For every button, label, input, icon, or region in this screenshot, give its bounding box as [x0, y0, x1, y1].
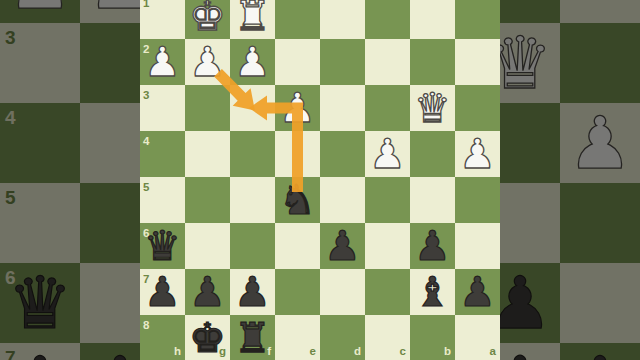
- main-board: 1♚♜2♟♟♟3♟♛4♟♟5♞6♛♟♟7♟♟♟♝♟8hg♚f♜edcba: [140, 0, 500, 360]
- rank-label-5: 5: [143, 182, 149, 194]
- square-f5[interactable]: [230, 177, 275, 223]
- square-d8[interactable]: d: [320, 315, 365, 360]
- square-h6[interactable]: 6♛: [140, 223, 185, 269]
- square-a2[interactable]: [455, 39, 500, 85]
- square-a8[interactable]: a: [455, 315, 500, 360]
- square-e2[interactable]: [275, 39, 320, 85]
- square-a5[interactable]: [455, 177, 500, 223]
- square-c2[interactable]: [365, 39, 410, 85]
- white-king-g1[interactable]: ♚: [185, 0, 230, 39]
- black-pawn-b6[interactable]: ♟: [410, 223, 455, 269]
- square-c1[interactable]: [365, 0, 410, 39]
- square-h4[interactable]: 4: [140, 131, 185, 177]
- square-d5[interactable]: [320, 177, 365, 223]
- black-pawn-a7[interactable]: ♟: [455, 269, 500, 315]
- square-h8[interactable]: 8h: [140, 315, 185, 360]
- file-label-b: b: [444, 346, 451, 358]
- square-g2[interactable]: ♟: [185, 39, 230, 85]
- square-h2[interactable]: 2♟: [140, 39, 185, 85]
- black-pawn-h7[interactable]: ♟: [140, 269, 185, 315]
- white-rook-f1[interactable]: ♜: [230, 0, 275, 39]
- white-pawn-h2[interactable]: ♟: [140, 39, 185, 85]
- square-b4[interactable]: [410, 131, 455, 177]
- rank-label-8: 8: [143, 320, 149, 332]
- video-frame: 1♚♜2♟♟♟3♟♛4♟♟5♞6♛♟♟7♟♟♟♝♟8♚♜ 1♚♜2♟♟♟3♟♛4…: [0, 0, 640, 360]
- black-queen-h6[interactable]: ♛: [140, 223, 185, 269]
- square-c5[interactable]: [365, 177, 410, 223]
- square-a7[interactable]: ♟: [455, 269, 500, 315]
- square-g1[interactable]: ♚: [185, 0, 230, 39]
- square-b5[interactable]: [410, 177, 455, 223]
- black-pawn-d6[interactable]: ♟: [320, 223, 365, 269]
- square-f8[interactable]: f♜: [230, 315, 275, 360]
- black-pawn-f7[interactable]: ♟: [230, 269, 275, 315]
- square-h7[interactable]: 7♟: [140, 269, 185, 315]
- file-label-d: d: [354, 346, 361, 358]
- square-e6[interactable]: [275, 223, 320, 269]
- square-g6[interactable]: [185, 223, 230, 269]
- square-b1[interactable]: [410, 0, 455, 39]
- black-knight-e5[interactable]: ♞: [275, 177, 320, 223]
- black-rook-f8[interactable]: ♜: [230, 315, 275, 360]
- rank-label-3: 3: [143, 90, 149, 102]
- square-b2[interactable]: [410, 39, 455, 85]
- square-d1[interactable]: [320, 0, 365, 39]
- square-c8[interactable]: c: [365, 315, 410, 360]
- square-a4[interactable]: ♟: [455, 131, 500, 177]
- rank-label-1: 1: [143, 0, 149, 10]
- square-g3[interactable]: [185, 85, 230, 131]
- square-e8[interactable]: e: [275, 315, 320, 360]
- square-d4[interactable]: [320, 131, 365, 177]
- square-d2[interactable]: [320, 39, 365, 85]
- square-f1[interactable]: ♜: [230, 0, 275, 39]
- white-pawn-e3[interactable]: ♟: [275, 85, 320, 131]
- file-label-h: h: [174, 346, 181, 358]
- square-d3[interactable]: [320, 85, 365, 131]
- square-e1[interactable]: [275, 0, 320, 39]
- square-a3[interactable]: [455, 85, 500, 131]
- square-b7[interactable]: ♝: [410, 269, 455, 315]
- white-pawn-c4[interactable]: ♟: [365, 131, 410, 177]
- square-e5[interactable]: ♞: [275, 177, 320, 223]
- square-e3[interactable]: ♟: [275, 85, 320, 131]
- square-c3[interactable]: [365, 85, 410, 131]
- square-f4[interactable]: [230, 131, 275, 177]
- black-pawn-g7[interactable]: ♟: [185, 269, 230, 315]
- square-a6[interactable]: [455, 223, 500, 269]
- square-b3[interactable]: ♛: [410, 85, 455, 131]
- black-king-g8[interactable]: ♚: [185, 315, 230, 360]
- file-label-c: c: [400, 346, 406, 358]
- square-f6[interactable]: [230, 223, 275, 269]
- square-f3[interactable]: [230, 85, 275, 131]
- file-label-a: a: [490, 346, 496, 358]
- white-pawn-f2[interactable]: ♟: [230, 39, 275, 85]
- square-e4[interactable]: [275, 131, 320, 177]
- white-pawn-g2[interactable]: ♟: [185, 39, 230, 85]
- square-g7[interactable]: ♟: [185, 269, 230, 315]
- square-b8[interactable]: b: [410, 315, 455, 360]
- square-f2[interactable]: ♟: [230, 39, 275, 85]
- square-g5[interactable]: [185, 177, 230, 223]
- square-b6[interactable]: ♟: [410, 223, 455, 269]
- square-d7[interactable]: [320, 269, 365, 315]
- square-e7[interactable]: [275, 269, 320, 315]
- square-h1[interactable]: 1: [140, 0, 185, 39]
- square-c7[interactable]: [365, 269, 410, 315]
- white-queen-b3[interactable]: ♛: [410, 85, 455, 131]
- square-h5[interactable]: 5: [140, 177, 185, 223]
- file-label-e: e: [310, 346, 316, 358]
- square-a1[interactable]: [455, 0, 500, 39]
- white-pawn-a4[interactable]: ♟: [455, 131, 500, 177]
- square-h3[interactable]: 3: [140, 85, 185, 131]
- square-c6[interactable]: [365, 223, 410, 269]
- square-c4[interactable]: ♟: [365, 131, 410, 177]
- rank-label-4: 4: [143, 136, 149, 148]
- square-g8[interactable]: g♚: [185, 315, 230, 360]
- black-bishop-b7[interactable]: ♝: [410, 269, 455, 315]
- square-f7[interactable]: ♟: [230, 269, 275, 315]
- square-g4[interactable]: [185, 131, 230, 177]
- square-d6[interactable]: ♟: [320, 223, 365, 269]
